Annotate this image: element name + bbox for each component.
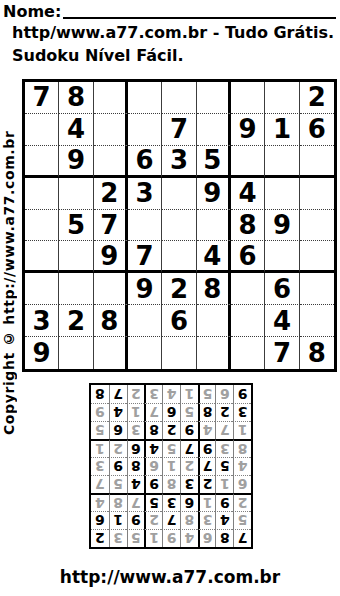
cell-r8c3: 8 (94, 305, 128, 337)
solution-cell-r7c2: 7 (215, 421, 233, 439)
cell-r2c2: 4 (59, 114, 93, 146)
cell-r4c3: 2 (94, 178, 128, 210)
cell-r6c1[interactable] (25, 241, 59, 273)
solution-cell-r6c3: 9 (198, 439, 216, 457)
cell-r9c6[interactable] (197, 337, 231, 369)
cell-r1c2: 8 (59, 82, 93, 114)
solution-cell-r4c6: 9 (144, 475, 162, 493)
solution-cell-r5c7: 8 (127, 457, 145, 475)
cell-r8c8: 4 (265, 305, 299, 337)
cell-r4c2[interactable] (59, 178, 93, 210)
solution-cell-r4c9: 7 (91, 475, 109, 493)
cell-r1c5[interactable] (162, 82, 196, 114)
cell-r5c5[interactable] (162, 210, 196, 242)
cell-r4c9[interactable] (300, 178, 334, 210)
cell-r3c3[interactable] (94, 146, 128, 178)
solution-cell-r7c5: 2 (162, 421, 180, 439)
cell-r3c9[interactable] (300, 146, 334, 178)
solution-cell-r9c4: 1 (180, 385, 198, 403)
cell-r8c6[interactable] (197, 305, 231, 337)
cell-r8c9[interactable] (300, 305, 334, 337)
cell-r9c8: 7 (265, 337, 299, 369)
cell-r9c4[interactable] (128, 337, 162, 369)
cell-r8c1: 3 (25, 305, 59, 337)
cell-r7c2[interactable] (59, 273, 93, 305)
cell-r5c3: 7 (94, 210, 128, 242)
cell-r9c5[interactable] (162, 337, 196, 369)
solution-cell-r5c1: 4 (233, 457, 251, 475)
cell-r6c4: 7 (128, 241, 162, 273)
footer-url: http://www.a77.com.br (0, 567, 340, 587)
solution-cell-r6c6: 4 (144, 439, 162, 457)
solution-cell-r4c3: 2 (198, 475, 216, 493)
cell-r7c1[interactable] (25, 273, 59, 305)
solution-cell-r1c5: 9 (162, 529, 180, 547)
solution-cell-r8c9: 9 (91, 403, 109, 421)
cell-r5c7: 8 (231, 210, 265, 242)
solution-cell-r2c4: 8 (180, 511, 198, 529)
solution-cell-r5c8: 9 (109, 457, 127, 475)
solution-cell-r8c2: 2 (215, 403, 233, 421)
cell-r2c5: 7 (162, 114, 196, 146)
cell-r6c2[interactable] (59, 241, 93, 273)
solution-cell-r3c8: 8 (109, 493, 127, 511)
solution-cell-r8c6: 7 (144, 403, 162, 421)
cell-r8c2: 2 (59, 305, 93, 337)
cell-r3c6: 5 (197, 146, 231, 178)
solution-cell-r7c7: 3 (127, 421, 145, 439)
cell-r5c9[interactable] (300, 210, 334, 242)
cell-r5c4[interactable] (128, 210, 162, 242)
cell-r2c3[interactable] (94, 114, 128, 146)
solution-cell-r8c8: 4 (109, 403, 127, 421)
solution-cell-r3c3: 1 (198, 493, 216, 511)
cell-r2c1[interactable] (25, 114, 59, 146)
solution-cell-r2c3: 3 (198, 511, 216, 529)
solution-cell-r5c4: 2 (180, 457, 198, 475)
solution-cell-r6c5: 5 (162, 439, 180, 457)
solution-cell-r9c9: 8 (91, 385, 109, 403)
solution-cell-r8c3: 8 (198, 403, 216, 421)
solution-cell-r5c6: 6 (144, 457, 162, 475)
cell-r4c5[interactable] (162, 178, 196, 210)
cell-r4c7: 4 (231, 178, 265, 210)
cell-r7c5: 2 (162, 273, 196, 305)
sudoku-solution-grid-upside-down: 7864915325438729162916357846123894574572… (89, 383, 253, 549)
solution-cell-r9c2: 6 (215, 385, 233, 403)
solution-cell-r1c6: 1 (144, 529, 162, 547)
cell-r5c2: 5 (59, 210, 93, 242)
solution-cell-r2c9: 6 (91, 511, 109, 529)
solution-cell-r8c7: 1 (127, 403, 145, 421)
solution-cell-r5c3: 7 (198, 457, 216, 475)
cell-r1c6[interactable] (197, 82, 231, 114)
cell-r4c8[interactable] (265, 178, 299, 210)
cell-r1c1: 7 (25, 82, 59, 114)
cell-r7c7[interactable] (231, 273, 265, 305)
solution-cell-r3c9: 4 (91, 493, 109, 511)
solution-cell-r3c1: 2 (233, 493, 251, 511)
solution-cell-r9c6: 3 (144, 385, 162, 403)
cell-r2c8: 1 (265, 114, 299, 146)
cell-r6c3: 9 (94, 241, 128, 273)
solution-cell-r2c1: 5 (233, 511, 251, 529)
solution-cell-r5c9: 3 (91, 457, 109, 475)
cell-r6c9[interactable] (300, 241, 334, 273)
cell-r6c7: 6 (231, 241, 265, 273)
solution-cell-r9c8: 7 (109, 385, 127, 403)
cell-r6c5[interactable] (162, 241, 196, 273)
cell-r5c8: 9 (265, 210, 299, 242)
solution-cell-r8c5: 6 (162, 403, 180, 421)
solution-cell-r3c7: 7 (127, 493, 145, 511)
cell-r6c6: 4 (197, 241, 231, 273)
cell-r1c8[interactable] (265, 82, 299, 114)
solution-cell-r4c5: 8 (162, 475, 180, 493)
solution-cell-r8c1: 3 (233, 403, 251, 421)
solution-cell-r1c3: 6 (198, 529, 216, 547)
solution-cell-r9c7: 2 (127, 385, 145, 403)
solution-cell-r4c1: 6 (233, 475, 251, 493)
cell-r3c2: 9 (59, 146, 93, 178)
cell-r9c7[interactable] (231, 337, 265, 369)
cell-r1c9: 2 (300, 82, 334, 114)
solution-cell-r5c2: 5 (215, 457, 233, 475)
solution-cell-r1c1: 7 (233, 529, 251, 547)
solution-cell-r2c5: 7 (162, 511, 180, 529)
solution-cell-r6c7: 6 (127, 439, 145, 457)
solution-cell-r9c5: 4 (162, 385, 180, 403)
solution-cell-r1c4: 4 (180, 529, 198, 547)
name-blank-line (63, 2, 336, 19)
cell-r1c4[interactable] (128, 82, 162, 114)
solution-cell-r7c3: 4 (198, 421, 216, 439)
solution-cell-r6c1: 8 (233, 439, 251, 457)
solution-cell-r6c9: 1 (91, 439, 109, 457)
solution-cell-r1c7: 5 (127, 529, 145, 547)
cell-r2c9: 6 (300, 114, 334, 146)
cell-r2c6[interactable] (197, 114, 231, 146)
solution-cell-r6c4: 7 (180, 439, 198, 457)
name-row: Nome: (3, 2, 336, 21)
site-header: http/www.a77.com.br - Tudo Grátis. (12, 23, 334, 42)
cell-r3c8[interactable] (265, 146, 299, 178)
solution-cell-r9c3: 5 (198, 385, 216, 403)
cell-r9c2[interactable] (59, 337, 93, 369)
solution-cell-r2c8: 1 (109, 511, 127, 529)
solution-cell-r2c6: 2 (144, 511, 162, 529)
copyright-vertical-text: Copyright © http://www.a77.com.br (1, 95, 19, 435)
cell-r7c9[interactable] (300, 273, 334, 305)
solution-cell-r3c6: 5 (144, 493, 162, 511)
cell-r2c7: 9 (231, 114, 265, 146)
cell-r3c7[interactable] (231, 146, 265, 178)
cell-r9c3[interactable] (94, 337, 128, 369)
solution-cell-r6c2: 3 (215, 439, 233, 457)
cell-r3c1[interactable] (25, 146, 59, 178)
cell-r7c6: 8 (197, 273, 231, 305)
solution-cell-r4c8: 5 (109, 475, 127, 493)
solution-cell-r3c2: 9 (215, 493, 233, 511)
solution-cell-r2c7: 9 (127, 511, 145, 529)
cell-r7c8: 6 (265, 273, 299, 305)
cell-r7c3[interactable] (94, 273, 128, 305)
solution-cell-r1c9: 2 (91, 529, 109, 547)
solution-cell-r7c9: 5 (91, 421, 109, 439)
cell-r2c4[interactable] (128, 114, 162, 146)
solution-cell-r4c2: 1 (215, 475, 233, 493)
solution-cell-r7c1: 1 (233, 421, 251, 439)
cell-r4c1[interactable] (25, 178, 59, 210)
cell-r3c4: 6 (128, 146, 162, 178)
solution-cell-r7c4: 9 (180, 421, 198, 439)
solution-cell-r1c2: 8 (215, 529, 233, 547)
cell-r7c4: 9 (128, 273, 162, 305)
solution-cell-r7c6: 8 (144, 421, 162, 439)
solution-cell-r9c1: 9 (233, 385, 251, 403)
cell-r9c9: 8 (300, 337, 334, 369)
cell-r5c6[interactable] (197, 210, 231, 242)
cell-r8c5: 6 (162, 305, 196, 337)
cell-r1c3[interactable] (94, 82, 128, 114)
solution-cell-r6c8: 2 (109, 439, 127, 457)
solution-cell-r7c8: 6 (109, 421, 127, 439)
cell-r9c1: 9 (25, 337, 59, 369)
name-label: Nome: (3, 2, 61, 21)
solution-cell-r5c5: 1 (162, 457, 180, 475)
cell-r1c7[interactable] (231, 82, 265, 114)
cell-r4c4: 3 (128, 178, 162, 210)
cell-r5c1[interactable] (25, 210, 59, 242)
cell-r8c7[interactable] (231, 305, 265, 337)
cell-r8c4[interactable] (128, 305, 162, 337)
solution-cell-r1c8: 3 (109, 529, 127, 547)
cell-r3c5: 3 (162, 146, 196, 178)
cell-r6c8[interactable] (265, 241, 299, 273)
solution-cell-r4c4: 3 (180, 475, 198, 493)
solution-cell-r2c2: 4 (215, 511, 233, 529)
cell-r4c6: 9 (197, 178, 231, 210)
solution-cell-r4c7: 4 (127, 475, 145, 493)
solution-cell-r3c5: 3 (162, 493, 180, 511)
sudoku-puzzle-grid: 782479169635239457899746928632864978 (22, 79, 337, 372)
solution-cell-r3c4: 6 (180, 493, 198, 511)
solution-cell-r8c4: 5 (180, 403, 198, 421)
puzzle-title: Sudoku Nível Fácil. (12, 46, 184, 65)
